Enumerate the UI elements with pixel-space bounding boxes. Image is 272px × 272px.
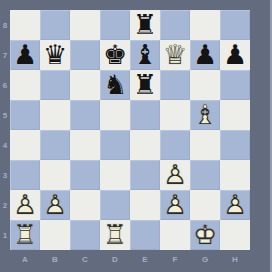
piece-black-pawn[interactable]: ♟	[10, 40, 40, 70]
square-e5[interactable]	[130, 100, 160, 130]
piece-black-rook[interactable]: ♜	[130, 10, 160, 40]
square-b8[interactable]	[40, 10, 70, 40]
rank-label-1: 1	[0, 220, 10, 250]
square-a3[interactable]	[10, 160, 40, 190]
square-c2[interactable]	[70, 190, 100, 220]
piece-white-queen[interactable]: ♛♕	[160, 40, 190, 70]
square-b7[interactable]: ♛	[40, 40, 70, 70]
square-d3[interactable]	[100, 160, 130, 190]
file-label-d: D	[100, 252, 130, 266]
white-king-outline-icon: ♔	[190, 220, 220, 250]
white-king-icon: ♚	[190, 220, 220, 250]
square-g6[interactable]	[190, 70, 220, 100]
chess-board: ♜♟♛♚♝♛♕♟♟♞♜♝♗♟♙♟♙♟♙♟♙♟♙♜♖♜♖♚♔	[10, 10, 250, 250]
black-knight-icon: ♞	[100, 70, 130, 100]
square-d2[interactable]	[100, 190, 130, 220]
rank-label-8: 8	[0, 10, 10, 40]
square-f3[interactable]: ♟♙	[160, 160, 190, 190]
square-a6[interactable]	[10, 70, 40, 100]
square-b1[interactable]	[40, 220, 70, 250]
white-pawn-outline-icon: ♙	[220, 190, 250, 220]
rank-label-7: 7	[0, 40, 10, 70]
square-d4[interactable]	[100, 130, 130, 160]
square-a4[interactable]	[10, 130, 40, 160]
square-e3[interactable]	[130, 160, 160, 190]
square-f6[interactable]	[160, 70, 190, 100]
window-edge-highlight	[270, 0, 272, 272]
square-c6[interactable]	[70, 70, 100, 100]
file-labels: ABCDEFGH	[10, 252, 250, 266]
square-a1[interactable]: ♜♖	[10, 220, 40, 250]
black-queen-icon: ♛	[40, 40, 70, 70]
rank-label-3: 3	[0, 160, 10, 190]
square-g3[interactable]	[190, 160, 220, 190]
square-d6[interactable]: ♞	[100, 70, 130, 100]
file-label-b: B	[40, 252, 70, 266]
white-pawn-outline-icon: ♙	[160, 190, 190, 220]
piece-black-king[interactable]: ♚	[100, 40, 130, 70]
black-rook-icon: ♜	[130, 70, 160, 100]
square-b6[interactable]	[40, 70, 70, 100]
white-queen-icon: ♛	[160, 40, 190, 70]
square-g7[interactable]: ♟	[190, 40, 220, 70]
square-g5[interactable]: ♝♗	[190, 100, 220, 130]
square-a7[interactable]: ♟	[10, 40, 40, 70]
square-e8[interactable]: ♜	[130, 10, 160, 40]
square-e7[interactable]: ♝	[130, 40, 160, 70]
piece-black-queen[interactable]: ♛	[40, 40, 70, 70]
square-a2[interactable]: ♟♙	[10, 190, 40, 220]
square-f4[interactable]	[160, 130, 190, 160]
square-h6[interactable]	[220, 70, 250, 100]
white-pawn-outline-icon: ♙	[10, 190, 40, 220]
piece-white-pawn[interactable]: ♟♙	[160, 190, 190, 220]
square-g1[interactable]: ♚♔	[190, 220, 220, 250]
rank-label-2: 2	[0, 190, 10, 220]
black-pawn-icon: ♟	[10, 40, 40, 70]
square-a8[interactable]	[10, 10, 40, 40]
piece-white-bishop[interactable]: ♝♗	[190, 100, 220, 130]
piece-black-knight[interactable]: ♞	[100, 70, 130, 100]
white-pawn-outline-icon: ♙	[160, 160, 190, 190]
square-b2[interactable]: ♟♙	[40, 190, 70, 220]
piece-black-pawn[interactable]: ♟	[220, 40, 250, 70]
white-rook-outline-icon: ♖	[100, 220, 130, 250]
white-pawn-outline-icon: ♙	[40, 190, 70, 220]
rank-labels: 87654321	[0, 10, 10, 250]
square-f8[interactable]	[160, 10, 190, 40]
file-label-h: H	[220, 252, 250, 266]
piece-white-pawn[interactable]: ♟♙	[160, 160, 190, 190]
file-label-e: E	[130, 252, 160, 266]
square-h2[interactable]: ♟♙	[220, 190, 250, 220]
piece-white-king[interactable]: ♚♔	[190, 220, 220, 250]
piece-white-pawn[interactable]: ♟♙	[40, 190, 70, 220]
file-label-c: C	[70, 252, 100, 266]
black-pawn-icon: ♟	[220, 40, 250, 70]
square-g4[interactable]	[190, 130, 220, 160]
square-f5[interactable]	[160, 100, 190, 130]
piece-white-rook[interactable]: ♜♖	[100, 220, 130, 250]
rank-label-5: 5	[0, 100, 10, 130]
square-d8[interactable]	[100, 10, 130, 40]
square-h3[interactable]	[220, 160, 250, 190]
black-king-icon: ♚	[100, 40, 130, 70]
square-c7[interactable]	[70, 40, 100, 70]
white-rook-icon: ♜	[10, 220, 40, 250]
file-label-f: F	[160, 252, 190, 266]
file-label-a: A	[10, 252, 40, 266]
square-d1[interactable]: ♜♖	[100, 220, 130, 250]
square-e4[interactable]	[130, 130, 160, 160]
square-h5[interactable]	[220, 100, 250, 130]
square-h1[interactable]	[220, 220, 250, 250]
square-c4[interactable]	[70, 130, 100, 160]
square-h4[interactable]	[220, 130, 250, 160]
square-d7[interactable]: ♚	[100, 40, 130, 70]
piece-black-bishop[interactable]: ♝	[130, 40, 160, 70]
square-b5[interactable]	[40, 100, 70, 130]
square-h7[interactable]: ♟	[220, 40, 250, 70]
white-bishop-outline-icon: ♗	[190, 100, 220, 130]
square-g2[interactable]	[190, 190, 220, 220]
rank-label-6: 6	[0, 70, 10, 100]
piece-white-pawn[interactable]: ♟♙	[220, 190, 250, 220]
square-a5[interactable]	[10, 100, 40, 130]
square-f1[interactable]	[160, 220, 190, 250]
piece-white-pawn[interactable]: ♟♙	[10, 190, 40, 220]
white-queen-outline-icon: ♕	[160, 40, 190, 70]
white-bishop-icon: ♝	[190, 100, 220, 130]
square-e6[interactable]: ♜	[130, 70, 160, 100]
square-e2[interactable]	[130, 190, 160, 220]
white-pawn-icon: ♟	[40, 190, 70, 220]
piece-white-rook[interactable]: ♜♖	[10, 220, 40, 250]
white-pawn-icon: ♟	[160, 190, 190, 220]
black-pawn-icon: ♟	[190, 40, 220, 70]
black-bishop-icon: ♝	[130, 40, 160, 70]
square-c1[interactable]	[70, 220, 100, 250]
piece-black-rook[interactable]: ♜	[130, 70, 160, 100]
white-rook-icon: ♜	[100, 220, 130, 250]
square-c3[interactable]	[70, 160, 100, 190]
square-c8[interactable]	[70, 10, 100, 40]
white-pawn-icon: ♟	[220, 190, 250, 220]
square-h8[interactable]	[220, 10, 250, 40]
square-b4[interactable]	[40, 130, 70, 160]
piece-black-pawn[interactable]: ♟	[190, 40, 220, 70]
white-pawn-icon: ♟	[160, 160, 190, 190]
white-rook-outline-icon: ♖	[10, 220, 40, 250]
file-label-g: G	[190, 252, 220, 266]
square-d5[interactable]	[100, 100, 130, 130]
rank-label-4: 4	[0, 130, 10, 160]
square-f2[interactable]: ♟♙	[160, 190, 190, 220]
white-pawn-icon: ♟	[10, 190, 40, 220]
square-b3[interactable]	[40, 160, 70, 190]
square-e1[interactable]	[130, 220, 160, 250]
chess-board-window: 87654321 ♜♟♛♚♝♛♕♟♟♞♜♝♗♟♙♟♙♟♙♟♙♟♙♜♖♜♖♚♔ A…	[0, 0, 272, 272]
square-c5[interactable]	[70, 100, 100, 130]
black-rook-icon: ♜	[130, 10, 160, 40]
square-g8[interactable]	[190, 10, 220, 40]
square-f7[interactable]: ♛♕	[160, 40, 190, 70]
